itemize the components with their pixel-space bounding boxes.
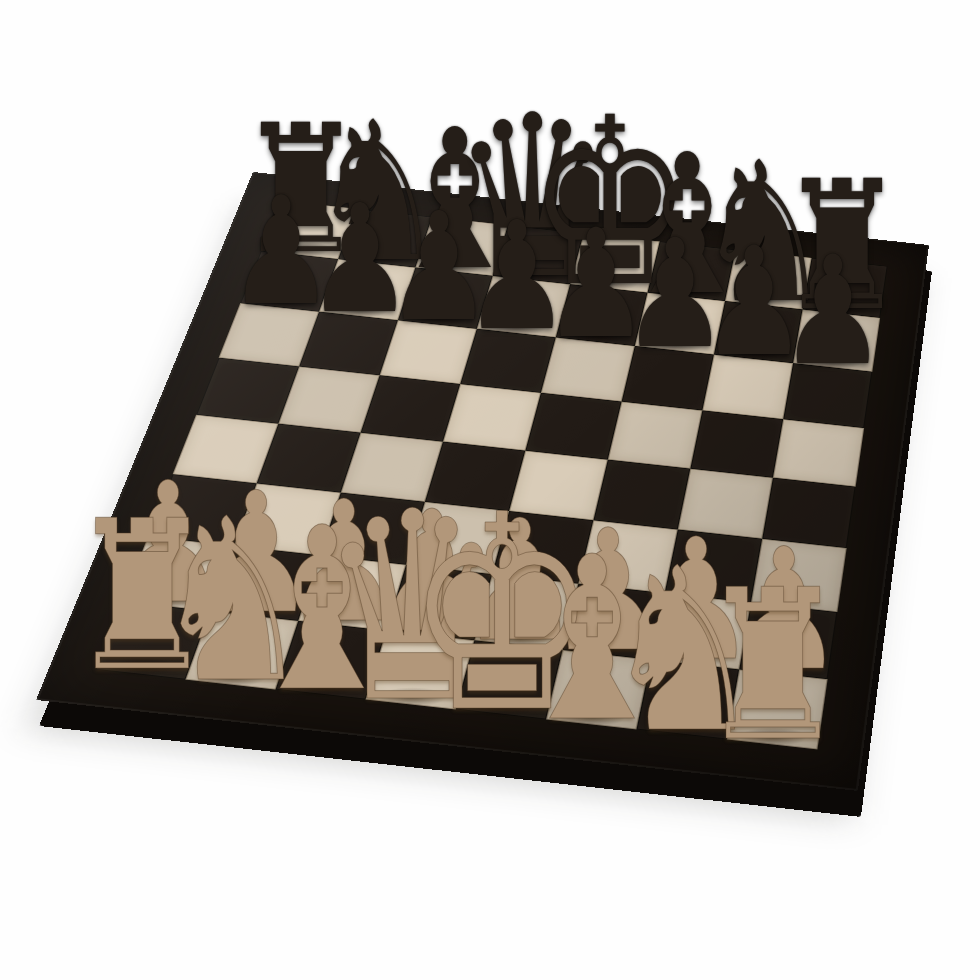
square-c5[interactable] [361,375,461,441]
square-h5[interactable] [773,419,864,487]
chess-set-photo: ♜♞♝♛♚♝♞♜♟♟♟♟♟♟♟♟♟♟♟♟♟♟♟♟♜♞♝♛♚♝♞♜ [0,0,980,980]
square-f5[interactable] [608,402,703,469]
piece-white-rook-h1[interactable]: ♜ [698,563,847,771]
piece-black-pawn-h7[interactable]: ♟ [779,236,887,386]
square-d5[interactable] [443,384,541,451]
square-e5[interactable] [525,393,621,460]
square-g5[interactable] [690,410,783,477]
